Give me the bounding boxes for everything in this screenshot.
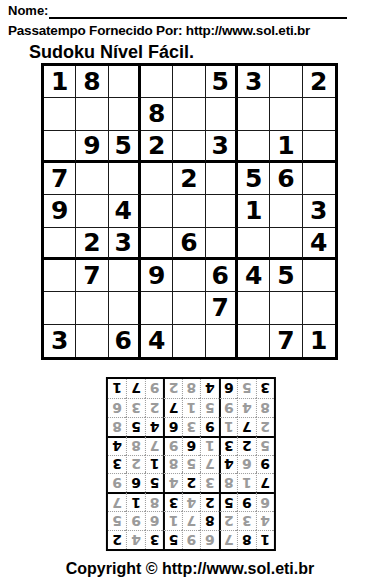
solution-cell: 5 xyxy=(108,511,126,530)
solution-cell: 7 xyxy=(200,455,218,474)
solution-cell: 2 xyxy=(126,455,144,474)
solution-cell: 4 xyxy=(200,379,218,398)
solution-cell: 8 xyxy=(237,530,255,549)
puzzle-cell xyxy=(303,260,335,292)
solution-cell: 6 xyxy=(126,473,144,492)
solution-cell: 7 xyxy=(145,436,163,455)
solution-cell: 1 xyxy=(219,417,237,436)
puzzle-cell xyxy=(206,98,238,130)
solution-cell: 4 xyxy=(108,436,126,455)
solution-cell: 1 xyxy=(182,398,200,417)
solution-cell: 4 xyxy=(182,492,200,511)
solution-cell: 2 xyxy=(200,492,218,511)
puzzle-cell: 6 xyxy=(206,260,238,292)
solution-cell: 9 xyxy=(163,436,181,455)
solution-cell: 4 xyxy=(163,473,181,492)
solution-cell: 4 xyxy=(219,455,237,474)
solution-cell: 6 xyxy=(163,417,181,436)
solution-cell: 8 xyxy=(200,511,218,530)
puzzle-cell xyxy=(76,98,108,130)
solution-cell: 6 xyxy=(200,530,218,549)
puzzle-cell xyxy=(238,325,270,357)
solution-cell: 8 xyxy=(256,398,274,417)
solution-cell: 6 xyxy=(182,436,200,455)
solution-cell: 7 xyxy=(108,492,126,511)
solution-cell: 1 xyxy=(200,436,218,455)
solution-cell: 9 xyxy=(126,511,144,530)
puzzle-cell: 6 xyxy=(270,163,302,195)
puzzle-cell: 2 xyxy=(141,131,173,163)
sudoku-solution-grid: 1876953424328716956952438177183245699647… xyxy=(106,377,276,551)
provided-by-text: Passatempo Fornecido Por: http://www.sol… xyxy=(8,23,372,38)
puzzle-cell xyxy=(109,260,141,292)
solution-cell: 6 xyxy=(108,398,126,417)
solution-cell: 1 xyxy=(256,530,274,549)
puzzle-cell: 3 xyxy=(303,195,335,227)
puzzle-cell xyxy=(238,228,270,260)
solution-cell: 8 xyxy=(163,455,181,474)
puzzle-cell xyxy=(76,292,108,324)
puzzle-cell: 2 xyxy=(173,163,205,195)
solution-cell: 3 xyxy=(163,492,181,511)
solution-cell: 8 xyxy=(145,492,163,511)
solution-cell: 5 xyxy=(219,492,237,511)
puzzle-cell xyxy=(44,260,76,292)
puzzle-cell xyxy=(173,260,205,292)
puzzle-cell xyxy=(173,66,205,98)
sudoku-puzzle-grid: 1853289523172569413236479645736471 xyxy=(41,63,338,360)
solution-cell: 9 xyxy=(182,530,200,549)
solution-cell: 7 xyxy=(219,530,237,549)
solution-cell: 4 xyxy=(237,398,255,417)
puzzle-cell xyxy=(173,292,205,324)
puzzle-cell: 6 xyxy=(173,228,205,260)
header: Nome: Passatempo Fornecido Por: http://w… xyxy=(8,3,372,63)
solution-cell: 2 xyxy=(256,417,274,436)
name-label: Nome: xyxy=(8,3,48,19)
puzzle-cell xyxy=(109,98,141,130)
solution-cell: 7 xyxy=(237,417,255,436)
puzzle-cell: 3 xyxy=(109,228,141,260)
puzzle-cell: 4 xyxy=(109,195,141,227)
solution-cell: 7 xyxy=(126,379,144,398)
solution-cell: 7 xyxy=(256,473,274,492)
solution-cell: 2 xyxy=(237,436,255,455)
puzzle-cell xyxy=(206,325,238,357)
puzzle-cell: 8 xyxy=(141,98,173,130)
puzzle-cell xyxy=(173,195,205,227)
puzzle-cell xyxy=(44,131,76,163)
puzzle-cell xyxy=(303,163,335,195)
solution-cell: 3 xyxy=(219,436,237,455)
solution-cell: 3 xyxy=(237,511,255,530)
puzzle-cell xyxy=(270,195,302,227)
puzzle-cell: 1 xyxy=(270,131,302,163)
puzzle-cell: 4 xyxy=(303,228,335,260)
puzzle-cell: 4 xyxy=(141,325,173,357)
puzzle-cell xyxy=(270,228,302,260)
puzzle-cell: 2 xyxy=(303,66,335,98)
puzzle-cell xyxy=(238,131,270,163)
puzzle-cell xyxy=(206,195,238,227)
solution-cell: 5 xyxy=(200,398,218,417)
solution-cell: 6 xyxy=(237,455,255,474)
puzzle-cell xyxy=(270,66,302,98)
puzzle-cell: 1 xyxy=(44,66,76,98)
puzzle-cell xyxy=(141,292,173,324)
solution-cell: 4 xyxy=(256,511,274,530)
solution-cell: 3 xyxy=(145,530,163,549)
solution-cell: 3 xyxy=(200,473,218,492)
puzzle-cell: 3 xyxy=(238,66,270,98)
page-title: Sudoku Nível Fácil. xyxy=(29,42,372,63)
puzzle-cell xyxy=(303,98,335,130)
solution-cell: 8 xyxy=(108,417,126,436)
solution-cell: 9 xyxy=(237,492,255,511)
solution-cell: 3 xyxy=(108,455,126,474)
solution-cell: 8 xyxy=(182,379,200,398)
puzzle-cell xyxy=(76,325,108,357)
puzzle-cell xyxy=(238,292,270,324)
puzzle-cell: 1 xyxy=(238,195,270,227)
puzzle-cell: 8 xyxy=(76,66,108,98)
solution-cell: 3 xyxy=(182,417,200,436)
puzzle-cell: 4 xyxy=(238,260,270,292)
solution-cell: 2 xyxy=(145,398,163,417)
puzzle-cell xyxy=(173,131,205,163)
puzzle-cell xyxy=(44,98,76,130)
copyright-text: Copyright © http://www.sol.eti.br xyxy=(0,560,380,578)
puzzle-cell xyxy=(109,292,141,324)
puzzle-cell: 7 xyxy=(206,292,238,324)
solution-cell: 2 xyxy=(108,530,126,549)
solution-cell: 4 xyxy=(126,530,144,549)
solution-cell: 1 xyxy=(237,473,255,492)
puzzle-cell xyxy=(141,163,173,195)
solution-cell: 8 xyxy=(219,473,237,492)
solution-cell: 1 xyxy=(126,492,144,511)
puzzle-cell: 5 xyxy=(270,260,302,292)
puzzle-cell xyxy=(76,195,108,227)
solution-cell: 9 xyxy=(219,398,237,417)
solution-cell: 3 xyxy=(256,379,274,398)
puzzle-cell: 3 xyxy=(206,131,238,163)
puzzle-cell xyxy=(109,163,141,195)
puzzle-cell xyxy=(141,228,173,260)
solution-cell: 6 xyxy=(219,379,237,398)
solution-cell: 4 xyxy=(145,417,163,436)
page: Nome: Passatempo Fornecido Por: http://w… xyxy=(0,0,380,585)
solution-cell: 3 xyxy=(126,398,144,417)
puzzle-cell: 3 xyxy=(44,325,76,357)
solution-cell: 2 xyxy=(219,511,237,530)
name-write-in-line xyxy=(49,5,347,19)
puzzle-cell: 5 xyxy=(109,131,141,163)
puzzle-cell xyxy=(270,292,302,324)
puzzle-cell xyxy=(206,228,238,260)
puzzle-cell: 1 xyxy=(303,325,335,357)
puzzle-cell xyxy=(141,195,173,227)
puzzle-cell xyxy=(141,66,173,98)
puzzle-cell: 6 xyxy=(109,325,141,357)
puzzle-cell xyxy=(238,98,270,130)
solution-cell: 5 xyxy=(145,473,163,492)
solution-cell: 6 xyxy=(256,492,274,511)
puzzle-cell: 2 xyxy=(76,228,108,260)
solution-cell: 5 xyxy=(256,436,274,455)
puzzle-cell xyxy=(206,163,238,195)
puzzle-cell: 5 xyxy=(238,163,270,195)
solution-cell: 7 xyxy=(163,398,181,417)
solution-cell: 8 xyxy=(126,436,144,455)
puzzle-cell xyxy=(76,163,108,195)
puzzle-cell: 7 xyxy=(76,260,108,292)
puzzle-cell xyxy=(44,228,76,260)
solution-cell: 9 xyxy=(200,417,218,436)
solution-cell: 9 xyxy=(108,473,126,492)
puzzle-cell xyxy=(303,131,335,163)
solution-cell: 9 xyxy=(145,379,163,398)
puzzle-cell xyxy=(109,66,141,98)
puzzle-cell xyxy=(303,292,335,324)
solution-cell: 7 xyxy=(182,511,200,530)
solution-cell: 5 xyxy=(126,417,144,436)
solution-cell: 2 xyxy=(182,473,200,492)
puzzle-cell: 9 xyxy=(141,260,173,292)
solution-cell: 1 xyxy=(108,379,126,398)
solution-cell: 6 xyxy=(145,511,163,530)
puzzle-cell: 5 xyxy=(206,66,238,98)
puzzle-cell xyxy=(44,292,76,324)
puzzle-cell: 9 xyxy=(76,131,108,163)
puzzle-cell xyxy=(173,98,205,130)
puzzle-cell xyxy=(270,98,302,130)
solution-cell: 2 xyxy=(163,379,181,398)
solution-cell: 5 xyxy=(163,530,181,549)
name-field-row: Nome: xyxy=(8,3,347,19)
puzzle-cell xyxy=(173,325,205,357)
puzzle-cell: 7 xyxy=(44,163,76,195)
solution-cell: 9 xyxy=(256,455,274,474)
solution-cell: 1 xyxy=(145,455,163,474)
solution-cell: 5 xyxy=(237,379,255,398)
puzzle-cell: 7 xyxy=(270,325,302,357)
solution-cell: 1 xyxy=(163,511,181,530)
puzzle-cell: 9 xyxy=(44,195,76,227)
solution-cell: 5 xyxy=(182,455,200,474)
